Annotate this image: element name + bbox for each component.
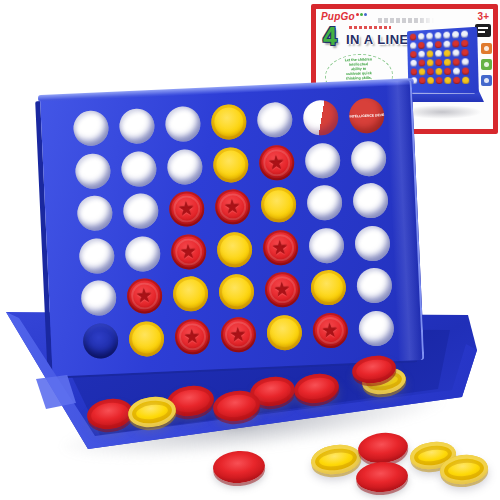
yellow-disc bbox=[218, 274, 255, 311]
feature-icon-green bbox=[481, 59, 492, 70]
hole-empty bbox=[80, 280, 117, 317]
box-art-dot bbox=[427, 68, 434, 75]
hole-empty bbox=[78, 237, 115, 274]
hole-empty bbox=[120, 150, 157, 187]
yellow-disc bbox=[172, 276, 209, 313]
board-cell: ★ bbox=[162, 190, 210, 235]
feature-icon-orange bbox=[481, 43, 492, 54]
hole-empty bbox=[166, 148, 203, 185]
board-cell bbox=[166, 275, 214, 320]
yellow-disc bbox=[216, 231, 253, 268]
box-title-number: 4 bbox=[323, 22, 337, 51]
board-cell bbox=[212, 273, 260, 318]
board-cell bbox=[251, 101, 299, 146]
yellow-disc bbox=[260, 187, 297, 224]
box-art-dot bbox=[462, 58, 469, 65]
board-cell bbox=[161, 148, 209, 193]
board-cell: ★ bbox=[256, 229, 304, 274]
hole-showing-box-badge: INTELLIGENCE DEVELOPMENT bbox=[348, 97, 385, 134]
box-art-dot bbox=[418, 51, 425, 58]
brand-logo: PupGo bbox=[321, 11, 367, 22]
box-subtitle-marks bbox=[378, 18, 434, 23]
board-cell bbox=[113, 108, 161, 153]
board-cell bbox=[69, 152, 117, 197]
disc-rim bbox=[224, 320, 252, 348]
box-art-dot bbox=[427, 77, 434, 84]
box-art-dot bbox=[435, 50, 442, 57]
hole-empty bbox=[354, 225, 391, 262]
box-art-dot bbox=[436, 77, 443, 84]
red-disc: ★ bbox=[168, 191, 205, 228]
board-cell: ★ bbox=[120, 277, 168, 322]
hole-empty bbox=[124, 235, 161, 272]
yellow-disc bbox=[210, 104, 247, 141]
box-art-dot bbox=[426, 41, 433, 48]
board-cell bbox=[346, 182, 394, 227]
disc-rim bbox=[316, 316, 344, 344]
box-art-dot bbox=[435, 32, 442, 39]
box-art-shadow bbox=[402, 105, 482, 119]
hole-empty bbox=[356, 267, 393, 304]
hole-empty bbox=[118, 108, 155, 145]
board-cell bbox=[300, 184, 348, 229]
yellow-disc bbox=[212, 146, 249, 183]
feature-icon-blue bbox=[481, 75, 492, 86]
board-cell: ★ bbox=[214, 316, 262, 361]
board-cell bbox=[344, 140, 392, 185]
box-art-dot bbox=[453, 58, 460, 65]
red-disc: ★ bbox=[258, 144, 295, 181]
board-cell bbox=[260, 314, 308, 359]
board-cell bbox=[67, 110, 115, 155]
hole-dark bbox=[82, 322, 119, 359]
box-art-dot bbox=[462, 67, 469, 74]
board-cell bbox=[348, 225, 396, 270]
board-cell bbox=[350, 267, 398, 312]
board-cell bbox=[71, 195, 119, 240]
board-cell: ★ bbox=[208, 188, 256, 233]
box-tagline-marks bbox=[349, 26, 391, 29]
hole-empty bbox=[72, 110, 109, 147]
board-grid: INTELLIGENCE DEVELOPMENT★★★★★★★★★★ bbox=[67, 97, 400, 366]
box-art-dot bbox=[461, 30, 468, 38]
board-cell: ★ bbox=[306, 312, 354, 357]
disc-rim bbox=[262, 148, 290, 176]
red-disc: ★ bbox=[126, 278, 163, 315]
hole-empty bbox=[74, 152, 111, 189]
box-art-dot bbox=[444, 77, 451, 84]
box-art-dot bbox=[418, 42, 425, 49]
box-art-dot bbox=[452, 31, 459, 38]
hole-empty bbox=[306, 184, 343, 221]
box-art-dot bbox=[461, 49, 468, 56]
age-label: 3+ bbox=[478, 11, 489, 22]
box-art-dot bbox=[419, 59, 426, 66]
red-disc: ★ bbox=[312, 312, 349, 349]
box-art-dot bbox=[452, 40, 459, 47]
box-art-dot bbox=[443, 31, 450, 38]
hole-empty bbox=[164, 106, 201, 143]
box-badge-text: INTELLIGENCE DEVELOPMENT bbox=[349, 113, 383, 118]
logo-flourish-icon bbox=[364, 13, 367, 16]
hole-empty bbox=[76, 195, 113, 232]
box-art-dot bbox=[443, 41, 450, 48]
box-art-dot bbox=[427, 50, 434, 57]
red-disc: ★ bbox=[170, 233, 207, 270]
box-art-dot bbox=[444, 68, 451, 75]
board-cell bbox=[254, 186, 302, 231]
red-disc: ★ bbox=[264, 271, 301, 308]
board-cell: ★ bbox=[164, 233, 212, 278]
red-disc: ★ bbox=[262, 229, 299, 266]
board-cell bbox=[210, 231, 258, 276]
disc-rim bbox=[174, 237, 202, 265]
red-disc: ★ bbox=[174, 318, 211, 355]
board-cell: INTELLIGENCE DEVELOPMENT bbox=[342, 97, 390, 142]
hole-empty bbox=[304, 142, 341, 179]
box-art-dot bbox=[435, 41, 442, 48]
board-cell bbox=[205, 103, 253, 148]
board-cell bbox=[118, 235, 166, 280]
board-cell bbox=[74, 280, 122, 325]
board-cell bbox=[115, 150, 163, 195]
board-cell bbox=[72, 237, 120, 282]
box-art-dot bbox=[427, 59, 434, 66]
hole-empty bbox=[122, 193, 159, 230]
box-art-dot bbox=[410, 33, 416, 40]
disc-rim bbox=[266, 233, 294, 261]
hole-empty bbox=[308, 227, 345, 264]
yellow-disc bbox=[128, 320, 165, 357]
box-art-dot bbox=[444, 50, 451, 57]
board-cell bbox=[117, 193, 165, 238]
logo-flourish-icon bbox=[356, 13, 359, 16]
hole-empty bbox=[350, 140, 387, 177]
red-disc: ★ bbox=[220, 316, 257, 353]
box-art-dot bbox=[444, 59, 451, 66]
hole-empty bbox=[256, 102, 293, 139]
box-art-dot bbox=[426, 33, 433, 40]
yellow-disc bbox=[266, 314, 303, 351]
box-art-dot bbox=[452, 49, 459, 56]
board-cell bbox=[76, 322, 124, 367]
hole-empty bbox=[358, 310, 395, 347]
box-art-dot bbox=[419, 68, 426, 75]
box-art-dot bbox=[419, 77, 426, 84]
box-art-dot bbox=[461, 40, 468, 47]
board-cell bbox=[122, 320, 170, 365]
board-cell: ★ bbox=[168, 318, 216, 363]
board-cell bbox=[206, 146, 254, 191]
board-cell bbox=[296, 99, 344, 144]
box-art-dot bbox=[453, 68, 460, 75]
box-art-dot bbox=[410, 42, 416, 49]
board-cell bbox=[302, 227, 350, 272]
product-photo: PupGo 3+ 4 IN A LINE Let the children in… bbox=[0, 0, 500, 500]
hole-showing-box-badge bbox=[302, 100, 339, 137]
yellow-disc bbox=[310, 269, 347, 306]
box-art-dot bbox=[410, 51, 416, 58]
box-art-dot bbox=[453, 77, 460, 84]
disc-rim bbox=[178, 322, 206, 350]
board-cell bbox=[304, 269, 352, 314]
box-art-dot bbox=[435, 59, 442, 66]
box-art-dot bbox=[410, 60, 416, 67]
logo-flourish-icon bbox=[360, 13, 363, 16]
board-cell bbox=[159, 106, 207, 151]
board-cell bbox=[352, 309, 400, 354]
box-art-dot bbox=[462, 77, 469, 84]
box-art-dot bbox=[435, 68, 442, 75]
board-cell bbox=[298, 142, 346, 187]
box-art-board bbox=[407, 27, 479, 94]
hole-empty bbox=[352, 182, 389, 219]
red-disc: ★ bbox=[214, 189, 251, 226]
board-cell: ★ bbox=[252, 144, 300, 189]
box-art-dot bbox=[411, 68, 417, 75]
box-art-dot bbox=[418, 33, 425, 40]
game-board: INTELLIGENCE DEVELOPMENT★★★★★★★★★★ bbox=[40, 80, 424, 377]
board-cell: ★ bbox=[258, 271, 306, 316]
